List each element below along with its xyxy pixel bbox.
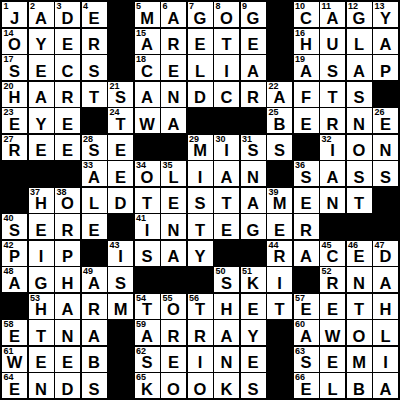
letter-cell[interactable]: U [320, 29, 345, 54]
letter-cell[interactable]: C [55, 55, 80, 80]
letter-cell[interactable]: 49A [82, 267, 107, 292]
letter-cell[interactable]: P [55, 241, 80, 266]
letter-cell[interactable]: 24T [108, 108, 133, 133]
letter-cell[interactable]: 2A [29, 2, 54, 27]
cell-letter: E [2, 116, 27, 133]
letter-cell[interactable]: 12G [347, 2, 372, 27]
letter-cell[interactable]: T [214, 188, 239, 213]
black-cell [188, 267, 213, 292]
cell-letter: S [373, 169, 398, 186]
letter-cell[interactable]: S [320, 55, 345, 80]
letter-cell[interactable]: 23E [2, 108, 27, 133]
black-cell [267, 2, 292, 27]
letter-cell[interactable]: A [214, 320, 239, 345]
letter-cell[interactable]: M [108, 294, 133, 319]
cell-letter: E [241, 301, 266, 318]
letter-cell[interactable]: A [294, 241, 319, 266]
letter-cell[interactable]: B [347, 373, 372, 398]
letter-cell[interactable]: 5M [135, 2, 160, 27]
cell-letter: R [55, 222, 80, 239]
cell-letter: E [55, 142, 80, 159]
cell-letter: H [294, 36, 319, 53]
letter-cell[interactable]: R [294, 214, 319, 239]
letter-cell[interactable]: S [82, 373, 107, 398]
cell-letter: H [29, 301, 54, 318]
letter-cell[interactable]: O [161, 373, 186, 398]
letter-cell[interactable]: R [188, 320, 213, 345]
letter-cell[interactable]: S [82, 55, 107, 80]
letter-cell[interactable]: C [214, 82, 239, 107]
cell-letter: E [55, 354, 80, 371]
cell-letter: E [294, 195, 319, 212]
letter-cell[interactable]: F [294, 82, 319, 107]
letter-cell[interactable]: M [347, 347, 372, 372]
cell-letter: S [241, 142, 266, 159]
cell-letter: E [161, 354, 186, 371]
cell-letter: A [55, 301, 80, 318]
letter-cell[interactable]: S [188, 188, 213, 213]
letter-cell[interactable]: T [29, 320, 54, 345]
letter-cell[interactable]: 60A [294, 320, 319, 345]
letter-cell[interactable]: E [320, 347, 345, 372]
letter-cell[interactable]: N [161, 214, 186, 239]
letter-cell[interactable]: 62S [135, 347, 160, 372]
cell-letter: T [214, 36, 239, 53]
cell-letter: A [294, 63, 319, 80]
cell-letter: E [241, 354, 266, 371]
letter-cell[interactable]: 3D [55, 2, 80, 27]
letter-cell[interactable]: Y [188, 241, 213, 266]
letter-cell[interactable]: 46E [347, 241, 372, 266]
letter-cell[interactable]: 43I [108, 241, 133, 266]
cell-letter: A [373, 381, 398, 398]
letter-cell[interactable]: A [214, 161, 239, 186]
letter-cell[interactable]: 13Y [373, 2, 398, 27]
cell-letter: T [188, 222, 213, 239]
letter-cell[interactable]: 44R [267, 241, 292, 266]
letter-cell[interactable]: N [347, 108, 372, 133]
letter-cell[interactable]: E [241, 347, 266, 372]
letter-cell[interactable]: 25B [267, 108, 292, 133]
cell-letter: R [188, 328, 213, 345]
letter-cell[interactable]: 16H [294, 29, 319, 54]
letter-cell[interactable]: 10C [294, 2, 319, 27]
cell-letter: I [267, 275, 292, 292]
cell-letter: B [347, 381, 372, 398]
letter-cell[interactable]: 55O [161, 294, 186, 319]
letter-cell[interactable]: A [373, 267, 398, 292]
cell-letter: A [320, 10, 345, 27]
black-cell [108, 55, 133, 80]
letter-cell[interactable]: R [82, 29, 107, 54]
letter-cell[interactable]: E [214, 214, 239, 239]
letter-cell[interactable]: 1J [2, 2, 27, 27]
letter-cell[interactable]: 65K [135, 373, 160, 398]
cell-letter: E [29, 63, 54, 80]
cell-letter: T [29, 328, 54, 345]
cell-letter: O [135, 169, 160, 186]
letter-cell[interactable]: 59A [135, 320, 160, 345]
black-cell [108, 29, 133, 54]
letter-cell[interactable]: N [320, 188, 345, 213]
black-cell [108, 214, 133, 239]
letter-cell[interactable]: L [373, 320, 398, 345]
letter-cell[interactable]: D [188, 82, 213, 107]
letter-cell[interactable]: I [214, 55, 239, 80]
letter-cell[interactable]: Y [29, 108, 54, 133]
letter-cell[interactable]: E [29, 135, 54, 160]
letter-cell[interactable]: H [214, 294, 239, 319]
letter-cell[interactable]: E [55, 135, 80, 160]
letter-cell[interactable]: R [320, 108, 345, 133]
letter-cell[interactable]: H [373, 294, 398, 319]
letter-cell[interactable]: E [188, 29, 213, 54]
cell-letter: O [214, 10, 239, 27]
letter-cell[interactable]: S [347, 82, 372, 107]
black-cell [161, 135, 186, 160]
letter-cell[interactable]: 31S [241, 135, 266, 160]
letter-cell[interactable]: 27R [2, 135, 27, 160]
letter-cell[interactable]: A [373, 29, 398, 54]
cell-letter: U [320, 36, 345, 53]
cell-letter: L [82, 195, 107, 212]
cell-letter: H [29, 195, 54, 212]
letter-cell[interactable]: 20H [2, 82, 27, 107]
cell-letter: E [267, 222, 292, 239]
letter-cell[interactable]: E [161, 188, 186, 213]
letter-cell[interactable]: E [267, 214, 292, 239]
letter-cell[interactable]: 17S [2, 55, 27, 80]
letter-cell[interactable]: 26E [373, 108, 398, 133]
letter-cell[interactable]: 14O [2, 29, 27, 54]
black-cell [2, 188, 27, 213]
letter-cell[interactable]: 53H [29, 294, 54, 319]
letter-cell[interactable]: N [29, 373, 54, 398]
letter-cell[interactable]: R [82, 294, 107, 319]
letter-cell[interactable]: N [161, 82, 186, 107]
letter-cell[interactable]: 41I [135, 214, 160, 239]
cell-letter: F [294, 89, 319, 106]
black-cell [135, 267, 160, 292]
cell-letter: R [82, 36, 107, 53]
letter-cell[interactable]: 34O [135, 161, 160, 186]
letter-cell[interactable]: S [108, 267, 133, 292]
letter-cell[interactable]: T [320, 82, 345, 107]
letter-cell[interactable]: O [188, 373, 213, 398]
cell-letter: T [347, 195, 372, 212]
cell-letter: Y [29, 36, 54, 53]
letter-cell[interactable]: O [347, 320, 372, 345]
letter-cell[interactable]: 18C [135, 55, 160, 80]
cell-letter: L [161, 169, 186, 186]
cell-letter: I [188, 169, 213, 186]
letter-cell[interactable]: 51K [241, 267, 266, 292]
letter-cell[interactable]: 22A [267, 82, 292, 107]
cell-letter: M [135, 10, 160, 27]
letter-cell[interactable]: S [241, 373, 266, 398]
cell-letter: E [161, 195, 186, 212]
letter-cell[interactable]: S [373, 161, 398, 186]
letter-cell[interactable]: E [241, 29, 266, 54]
cell-letter: H [214, 301, 239, 318]
letter-cell[interactable]: I [29, 241, 54, 266]
cell-letter: A [267, 89, 292, 106]
cell-letter: G [241, 222, 266, 239]
cell-letter: T [108, 116, 133, 133]
cell-letter: N [320, 195, 345, 212]
letter-cell[interactable]: E [161, 55, 186, 80]
letter-cell[interactable]: E [55, 108, 80, 133]
letter-cell[interactable]: E [294, 108, 319, 133]
cell-letter: S [241, 381, 266, 398]
letter-cell[interactable]: 50S [214, 267, 239, 292]
cell-letter: S [135, 354, 160, 371]
letter-cell[interactable]: E [108, 135, 133, 160]
letter-cell[interactable]: I [188, 161, 213, 186]
letter-cell[interactable]: 45C [320, 241, 345, 266]
black-cell [108, 347, 133, 372]
letter-cell[interactable]: E [294, 188, 319, 213]
letter-cell[interactable]: E [241, 294, 266, 319]
letter-cell[interactable]: 54T [135, 294, 160, 319]
letter-cell[interactable]: L [320, 373, 345, 398]
cell-letter: K [241, 275, 266, 292]
letter-cell[interactable]: S [267, 135, 292, 160]
cell-letter: M [108, 301, 133, 318]
cell-letter: S [214, 275, 239, 292]
letter-cell[interactable]: A [373, 373, 398, 398]
letter-cell[interactable]: 29M [188, 135, 213, 160]
cell-letter: C [294, 10, 319, 27]
letter-cell[interactable]: 36S [294, 161, 319, 186]
letter-cell[interactable]: N [214, 347, 239, 372]
letter-cell[interactable]: E [55, 347, 80, 372]
letter-cell[interactable]: I [373, 347, 398, 372]
letter-cell[interactable]: K [214, 373, 239, 398]
letter-cell[interactable]: A [82, 320, 107, 345]
letter-cell[interactable]: W [320, 320, 345, 345]
letter-cell[interactable]: 32I [320, 135, 345, 160]
letter-cell[interactable]: 19A [294, 55, 319, 80]
cell-letter: A [161, 10, 186, 27]
letter-cell[interactable]: E [82, 214, 107, 239]
letter-cell[interactable]: E [29, 214, 54, 239]
letter-cell[interactable]: 37H [29, 188, 54, 213]
letter-cell[interactable]: R [161, 320, 186, 345]
letter-cell[interactable]: 7G [188, 2, 213, 27]
letter-cell[interactable]: 8O [214, 2, 239, 27]
cell-letter: I [135, 222, 160, 239]
letter-cell[interactable]: B [82, 347, 107, 372]
black-cell [267, 373, 292, 398]
cell-letter: E [214, 222, 239, 239]
letter-cell[interactable]: 6A [161, 2, 186, 27]
cell-letter: R [320, 116, 345, 133]
letter-cell[interactable]: A [320, 161, 345, 186]
letter-cell[interactable]: 9G [241, 2, 266, 27]
letter-cell[interactable]: 33A [82, 161, 107, 186]
cell-letter: S [320, 63, 345, 80]
letter-cell[interactable]: Y [29, 29, 54, 54]
letter-cell[interactable]: T [135, 188, 160, 213]
cell-letter: S [294, 169, 319, 186]
letter-cell[interactable]: N [347, 267, 372, 292]
letter-cell[interactable]: 61W [2, 347, 27, 372]
letter-cell[interactable]: T [347, 188, 372, 213]
letter-cell[interactable]: I [188, 347, 213, 372]
letter-cell[interactable]: 39M [267, 188, 292, 213]
cell-letter: R [2, 142, 27, 159]
cell-letter: R [161, 36, 186, 53]
letter-cell[interactable]: N [55, 320, 80, 345]
letter-cell[interactable]: 56T [188, 294, 213, 319]
letter-cell[interactable]: D [108, 188, 133, 213]
letter-cell[interactable]: N [241, 161, 266, 186]
letter-cell[interactable]: E [29, 347, 54, 372]
cell-letter: E [241, 36, 266, 53]
letter-cell[interactable]: 28S [82, 135, 107, 160]
cell-letter: A [347, 63, 372, 80]
cell-letter: N [214, 354, 239, 371]
letter-cell[interactable]: L [82, 188, 107, 213]
letter-cell[interactable]: A [161, 241, 186, 266]
letter-cell[interactable]: 47D [373, 241, 398, 266]
letter-cell[interactable]: P [373, 55, 398, 80]
cell-letter: E [2, 328, 27, 345]
letter-cell[interactable]: E [108, 161, 133, 186]
cell-letter: W [320, 328, 345, 345]
letter-cell[interactable]: L [347, 29, 372, 54]
letter-cell[interactable]: A [55, 294, 80, 319]
letter-cell[interactable]: 40S [2, 214, 27, 239]
letter-cell[interactable]: A [347, 55, 372, 80]
cell-letter: D [108, 195, 133, 212]
letter-cell[interactable]: L [188, 55, 213, 80]
letter-cell[interactable]: 4E [82, 2, 107, 27]
cell-letter: S [294, 354, 319, 371]
cell-letter: T [267, 301, 292, 318]
black-cell [82, 108, 107, 133]
letter-cell[interactable]: 52R [320, 267, 345, 292]
letter-cell[interactable]: D [55, 373, 80, 398]
letter-cell[interactable]: Y [241, 320, 266, 345]
cell-letter: E [294, 116, 319, 133]
letter-cell[interactable]: O [347, 135, 372, 160]
letter-cell[interactable]: I [267, 267, 292, 292]
letter-cell[interactable]: G [29, 267, 54, 292]
letter-cell[interactable]: A [241, 55, 266, 80]
cell-letter: E [320, 354, 345, 371]
cell-letter: S [108, 89, 133, 106]
cell-letter: E [2, 381, 27, 398]
letter-cell[interactable]: 42P [2, 241, 27, 266]
letter-cell[interactable]: 11A [320, 2, 345, 27]
letter-cell[interactable]: R [55, 82, 80, 107]
cell-letter: C [320, 248, 345, 265]
letter-cell[interactable]: 21S [108, 82, 133, 107]
black-cell [188, 108, 213, 133]
letter-cell[interactable]: 57E [294, 294, 319, 319]
letter-cell[interactable]: E [161, 347, 186, 372]
cell-letter: S [2, 63, 27, 80]
cell-letter: A [135, 328, 160, 345]
letter-cell[interactable]: E [320, 294, 345, 319]
letter-cell[interactable]: T [214, 29, 239, 54]
cell-letter: W [2, 354, 27, 371]
letter-cell[interactable]: S [135, 241, 160, 266]
cell-letter: L [347, 36, 372, 53]
letter-cell[interactable]: 64E [2, 373, 27, 398]
letter-cell[interactable]: A [29, 82, 54, 107]
cell-letter: O [188, 381, 213, 398]
cell-letter: S [188, 195, 213, 212]
cell-letter: E [82, 222, 107, 239]
cell-letter: N [373, 142, 398, 159]
letter-cell[interactable]: R [241, 82, 266, 107]
cell-letter: A [135, 89, 160, 106]
letter-cell[interactable]: H [55, 267, 80, 292]
letter-cell[interactable]: R [55, 214, 80, 239]
black-cell [2, 161, 27, 186]
letter-cell[interactable]: 66E [294, 373, 319, 398]
letter-cell[interactable]: 35L [161, 161, 186, 186]
letter-cell[interactable]: T [188, 214, 213, 239]
letter-cell[interactable]: R [161, 29, 186, 54]
letter-cell[interactable]: A [241, 188, 266, 213]
cell-letter: T [214, 195, 239, 212]
letter-cell[interactable]: T [82, 82, 107, 107]
letter-cell[interactable]: A [161, 108, 186, 133]
letter-cell[interactable]: 15A [135, 29, 160, 54]
letter-cell[interactable]: E [29, 55, 54, 80]
cell-letter: I [214, 63, 239, 80]
cell-letter: G [241, 10, 266, 27]
cell-letter: I [320, 142, 345, 159]
cell-letter: A [373, 36, 398, 53]
letter-cell[interactable]: N [373, 135, 398, 160]
cell-letter: E [55, 36, 80, 53]
letter-cell[interactable]: E [55, 29, 80, 54]
letter-cell[interactable]: T [347, 294, 372, 319]
letter-cell[interactable]: 48A [2, 267, 27, 292]
letter-cell[interactable]: A [135, 82, 160, 107]
letter-cell[interactable]: G [241, 214, 266, 239]
cell-letter: A [161, 116, 186, 133]
black-cell [108, 373, 133, 398]
letter-cell[interactable]: 30I [214, 135, 239, 160]
letter-cell[interactable]: S [347, 161, 372, 186]
cell-letter: T [320, 89, 345, 106]
cell-letter: R [294, 222, 319, 239]
letter-cell[interactable]: 58E [2, 320, 27, 345]
cell-letter: A [241, 195, 266, 212]
cell-letter: E [294, 381, 319, 398]
letter-cell[interactable]: 63S [294, 347, 319, 372]
cell-letter: T [135, 195, 160, 212]
cell-letter: N [29, 381, 54, 398]
cell-letter: A [2, 275, 27, 292]
letter-cell[interactable]: W [135, 108, 160, 133]
cell-letter: A [373, 275, 398, 292]
letter-cell[interactable]: 38O [55, 188, 80, 213]
cell-letter: S [267, 142, 292, 159]
cell-letter: T [135, 301, 160, 318]
black-cell [294, 267, 319, 292]
cell-letter: A [82, 275, 107, 292]
cell-letter: M [347, 354, 372, 371]
cell-letter: E [347, 248, 372, 265]
letter-cell[interactable]: T [267, 294, 292, 319]
